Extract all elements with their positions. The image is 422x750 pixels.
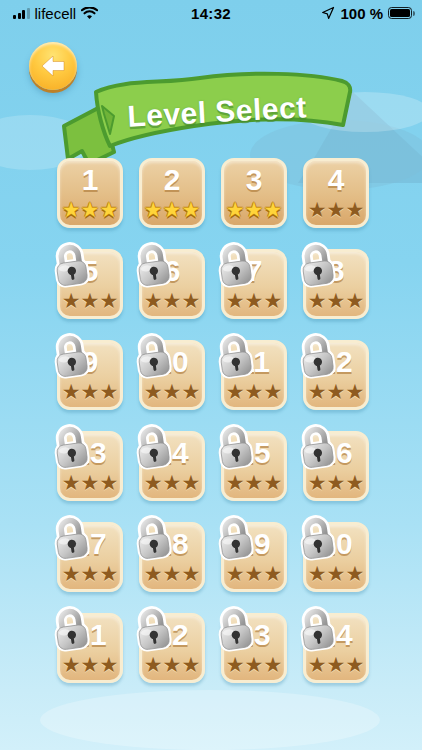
level-stars: ★★★ [144,200,200,220]
level-tile-6-locked[interactable]: 6 ★★★ [139,249,205,319]
level-stars: ★★★ [308,382,364,402]
level-stars: ★★★ [144,655,200,675]
star-empty-icon: ★ [308,655,327,675]
star-empty-icon: ★ [327,200,346,220]
level-stars: ★★★ [308,473,364,493]
star-empty-icon: ★ [144,291,163,311]
level-number: 4 [328,162,345,198]
level-tile-14-locked[interactable]: 14 ★★★ [139,431,205,501]
star-empty-icon: ★ [99,473,118,493]
title-banner: Level Select [52,68,362,164]
star-empty-icon: ★ [327,564,346,584]
level-tile-8-locked[interactable]: 8 ★★★ [303,249,369,319]
level-stars: ★★★ [308,655,364,675]
star-empty-icon: ★ [99,655,118,675]
lock-icon [130,420,176,473]
star-empty-icon: ★ [163,291,182,311]
lock-icon [130,238,176,291]
level-tile-22-locked[interactable]: 22 ★★★ [139,613,205,683]
star-empty-icon: ★ [163,382,182,402]
star-earned-icon: ★ [144,200,163,220]
level-tile-21-locked[interactable]: 21 ★★★ [57,613,123,683]
lock-icon [294,238,340,291]
lock-icon [294,602,340,655]
star-empty-icon: ★ [226,473,245,493]
star-empty-icon: ★ [263,655,282,675]
level-tile-24-locked[interactable]: 24 ★★★ [303,613,369,683]
level-tile-3[interactable]: 3 ★★★ [221,158,287,228]
star-empty-icon: ★ [62,473,81,493]
star-empty-icon: ★ [245,655,264,675]
star-empty-icon: ★ [62,655,81,675]
lock-icon [294,420,340,473]
star-empty-icon: ★ [327,291,346,311]
level-tile-11-locked[interactable]: 11 ★★★ [221,340,287,410]
star-empty-icon: ★ [226,655,245,675]
level-stars: ★★★ [144,564,200,584]
level-tile-13-locked[interactable]: 13 ★★★ [57,431,123,501]
lock-icon [212,329,258,382]
level-stars: ★★★ [144,382,200,402]
lock-icon [130,511,176,564]
lock-icon [48,511,94,564]
level-stars: ★★★ [226,291,282,311]
star-empty-icon: ★ [345,382,364,402]
level-stars: ★★★ [62,200,118,220]
level-stars: ★★★ [62,473,118,493]
lock-icon [48,602,94,655]
star-earned-icon: ★ [245,200,264,220]
level-tile-19-locked[interactable]: 19 ★★★ [221,522,287,592]
battery-icon [388,7,412,19]
star-empty-icon: ★ [226,291,245,311]
star-empty-icon: ★ [345,291,364,311]
level-tile-4[interactable]: 4 ★★★ [303,158,369,228]
lock-icon [48,329,94,382]
level-stars: ★★★ [308,200,364,220]
level-stars: ★★★ [226,200,282,220]
level-number: 1 [82,162,99,198]
star-empty-icon: ★ [245,382,264,402]
lock-icon [294,329,340,382]
star-empty-icon: ★ [245,564,264,584]
level-tile-9-locked[interactable]: 9 ★★★ [57,340,123,410]
level-tile-1[interactable]: 1 ★★★ [57,158,123,228]
star-empty-icon: ★ [345,564,364,584]
level-tile-10-locked[interactable]: 10 ★★★ [139,340,205,410]
star-empty-icon: ★ [245,291,264,311]
star-empty-icon: ★ [327,473,346,493]
star-empty-icon: ★ [81,473,100,493]
level-tile-15-locked[interactable]: 15 ★★★ [221,431,287,501]
level-stars: ★★★ [308,564,364,584]
level-tile-20-locked[interactable]: 20 ★★★ [303,522,369,592]
level-stars: ★★★ [62,655,118,675]
star-empty-icon: ★ [81,564,100,584]
star-empty-icon: ★ [181,473,200,493]
level-tile-18-locked[interactable]: 18 ★★★ [139,522,205,592]
level-number: 3 [246,162,263,198]
level-stars: ★★★ [226,564,282,584]
star-empty-icon: ★ [62,291,81,311]
lock-icon [212,238,258,291]
lock-icon [212,602,258,655]
star-empty-icon: ★ [226,564,245,584]
level-stars: ★★★ [144,291,200,311]
star-empty-icon: ★ [345,655,364,675]
level-stars: ★★★ [226,655,282,675]
level-tile-7-locked[interactable]: 7 ★★★ [221,249,287,319]
level-tile-17-locked[interactable]: 17 ★★★ [57,522,123,592]
star-empty-icon: ★ [308,291,327,311]
star-empty-icon: ★ [181,655,200,675]
star-empty-icon: ★ [99,291,118,311]
star-empty-icon: ★ [181,382,200,402]
star-empty-icon: ★ [263,291,282,311]
star-empty-icon: ★ [327,382,346,402]
level-tile-12-locked[interactable]: 12 ★★★ [303,340,369,410]
star-empty-icon: ★ [181,564,200,584]
star-empty-icon: ★ [308,473,327,493]
location-arrow-icon [321,6,335,20]
star-earned-icon: ★ [62,200,81,220]
level-tile-5-locked[interactable]: 5 ★★★ [57,249,123,319]
star-empty-icon: ★ [263,382,282,402]
star-empty-icon: ★ [144,655,163,675]
star-empty-icon: ★ [144,564,163,584]
battery-percent-label: 100 % [340,5,383,22]
star-earned-icon: ★ [163,200,182,220]
star-empty-icon: ★ [163,564,182,584]
star-empty-icon: ★ [99,382,118,402]
star-empty-icon: ★ [163,473,182,493]
level-stars: ★★★ [144,473,200,493]
star-empty-icon: ★ [308,200,327,220]
star-empty-icon: ★ [81,291,100,311]
star-empty-icon: ★ [263,564,282,584]
level-tile-23-locked[interactable]: 23 ★★★ [221,613,287,683]
lock-icon [212,420,258,473]
star-empty-icon: ★ [308,382,327,402]
level-grid: 1 ★★★ 2 ★★★ 3 ★★★ 4 ★★★ [57,158,369,683]
star-earned-icon: ★ [99,200,118,220]
level-stars: ★★★ [62,564,118,584]
lock-icon [294,511,340,564]
star-empty-icon: ★ [345,200,364,220]
star-empty-icon: ★ [226,382,245,402]
star-earned-icon: ★ [263,200,282,220]
lock-icon [130,602,176,655]
star-empty-icon: ★ [81,655,100,675]
star-empty-icon: ★ [81,382,100,402]
level-stars: ★★★ [308,291,364,311]
star-earned-icon: ★ [226,200,245,220]
star-empty-icon: ★ [144,473,163,493]
lock-icon [48,420,94,473]
star-empty-icon: ★ [327,655,346,675]
star-earned-icon: ★ [81,200,100,220]
level-tile-2[interactable]: 2 ★★★ [139,158,205,228]
level-stars: ★★★ [62,382,118,402]
star-empty-icon: ★ [99,564,118,584]
star-empty-icon: ★ [345,473,364,493]
background-cloud [40,690,380,750]
lock-icon [48,238,94,291]
star-empty-icon: ★ [181,291,200,311]
star-empty-icon: ★ [263,473,282,493]
star-empty-icon: ★ [163,655,182,675]
star-empty-icon: ★ [62,564,81,584]
star-empty-icon: ★ [62,382,81,402]
star-earned-icon: ★ [181,200,200,220]
star-empty-icon: ★ [308,564,327,584]
star-empty-icon: ★ [144,382,163,402]
level-stars: ★★★ [226,473,282,493]
level-select-screen: lifecell 14:32 100 % [0,0,422,750]
level-tile-16-locked[interactable]: 16 ★★★ [303,431,369,501]
lock-icon [130,329,176,382]
level-stars: ★★★ [226,382,282,402]
level-stars: ★★★ [62,291,118,311]
star-empty-icon: ★ [245,473,264,493]
level-number: 2 [164,162,181,198]
lock-icon [212,511,258,564]
status-bar: lifecell 14:32 100 % [0,0,422,26]
